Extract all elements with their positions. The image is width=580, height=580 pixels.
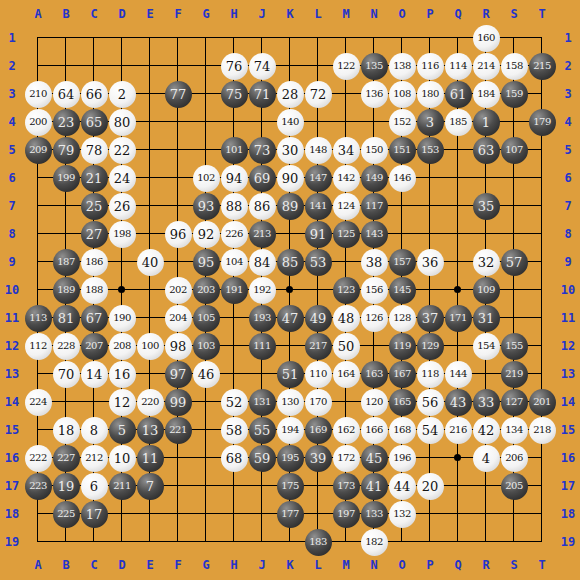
point-R14[interactable]: 33 — [472, 388, 500, 416]
point-M12[interactable]: 50 — [332, 332, 360, 360]
point-S18[interactable] — [500, 500, 528, 528]
point-K5[interactable]: 30 — [276, 136, 304, 164]
point-A8[interactable] — [24, 220, 52, 248]
point-P2[interactable]: 116 — [416, 52, 444, 80]
point-A10[interactable] — [24, 276, 52, 304]
point-L11[interactable]: 49 — [304, 304, 332, 332]
point-A17[interactable]: 223 — [24, 472, 52, 500]
point-O3[interactable]: 108 — [388, 80, 416, 108]
point-O19[interactable] — [388, 528, 416, 556]
point-M3[interactable] — [332, 80, 360, 108]
point-N13[interactable]: 163 — [360, 360, 388, 388]
point-K14[interactable]: 130 — [276, 388, 304, 416]
point-A4[interactable]: 200 — [24, 108, 52, 136]
point-K6[interactable]: 90 — [276, 164, 304, 192]
point-N3[interactable]: 136 — [360, 80, 388, 108]
point-S2[interactable]: 158 — [500, 52, 528, 80]
point-M4[interactable] — [332, 108, 360, 136]
point-T15[interactable]: 218 — [528, 416, 556, 444]
point-T10[interactable] — [528, 276, 556, 304]
point-B10[interactable]: 189 — [52, 276, 80, 304]
point-K11[interactable]: 47 — [276, 304, 304, 332]
point-Q5[interactable] — [444, 136, 472, 164]
point-C9[interactable]: 186 — [80, 248, 108, 276]
point-B13[interactable]: 70 — [52, 360, 80, 388]
point-A15[interactable] — [24, 416, 52, 444]
point-S14[interactable]: 127 — [500, 388, 528, 416]
point-H6[interactable]: 94 — [220, 164, 248, 192]
point-J3[interactable]: 71 — [248, 80, 276, 108]
point-F11[interactable]: 204 — [164, 304, 192, 332]
point-H2[interactable]: 76 — [220, 52, 248, 80]
point-B7[interactable] — [52, 192, 80, 220]
point-T16[interactable] — [528, 444, 556, 472]
point-S1[interactable] — [500, 24, 528, 52]
point-L19[interactable]: 183 — [304, 528, 332, 556]
point-M11[interactable]: 48 — [332, 304, 360, 332]
point-T12[interactable] — [528, 332, 556, 360]
point-D10[interactable] — [108, 276, 136, 304]
point-D4[interactable]: 80 — [108, 108, 136, 136]
point-G9[interactable]: 95 — [192, 248, 220, 276]
point-E17[interactable]: 7 — [136, 472, 164, 500]
point-L4[interactable] — [304, 108, 332, 136]
point-H9[interactable]: 104 — [220, 248, 248, 276]
point-S3[interactable]: 159 — [500, 80, 528, 108]
point-A7[interactable] — [24, 192, 52, 220]
point-S5[interactable]: 107 — [500, 136, 528, 164]
point-P12[interactable]: 129 — [416, 332, 444, 360]
point-K17[interactable]: 175 — [276, 472, 304, 500]
point-B3[interactable]: 64 — [52, 80, 80, 108]
point-C18[interactable]: 17 — [80, 500, 108, 528]
point-P16[interactable] — [416, 444, 444, 472]
point-S15[interactable]: 134 — [500, 416, 528, 444]
point-S17[interactable]: 205 — [500, 472, 528, 500]
point-A5[interactable]: 209 — [24, 136, 52, 164]
point-F13[interactable]: 97 — [164, 360, 192, 388]
point-D18[interactable] — [108, 500, 136, 528]
point-F2[interactable] — [164, 52, 192, 80]
point-C10[interactable]: 188 — [80, 276, 108, 304]
point-H13[interactable] — [220, 360, 248, 388]
point-A1[interactable] — [24, 24, 52, 52]
point-D6[interactable]: 24 — [108, 164, 136, 192]
point-O9[interactable]: 157 — [388, 248, 416, 276]
point-J7[interactable]: 86 — [248, 192, 276, 220]
point-R9[interactable]: 32 — [472, 248, 500, 276]
point-C16[interactable]: 212 — [80, 444, 108, 472]
point-M15[interactable]: 162 — [332, 416, 360, 444]
point-O6[interactable]: 146 — [388, 164, 416, 192]
point-F16[interactable] — [164, 444, 192, 472]
point-C7[interactable]: 25 — [80, 192, 108, 220]
point-O16[interactable]: 196 — [388, 444, 416, 472]
point-L18[interactable] — [304, 500, 332, 528]
point-F7[interactable] — [164, 192, 192, 220]
point-F6[interactable] — [164, 164, 192, 192]
point-B5[interactable]: 79 — [52, 136, 80, 164]
point-D14[interactable]: 12 — [108, 388, 136, 416]
point-F5[interactable] — [164, 136, 192, 164]
point-A16[interactable]: 222 — [24, 444, 52, 472]
point-L2[interactable] — [304, 52, 332, 80]
point-R10[interactable]: 109 — [472, 276, 500, 304]
point-N4[interactable] — [360, 108, 388, 136]
point-R17[interactable] — [472, 472, 500, 500]
point-M7[interactable]: 124 — [332, 192, 360, 220]
point-N6[interactable]: 149 — [360, 164, 388, 192]
point-J5[interactable]: 73 — [248, 136, 276, 164]
point-M2[interactable]: 122 — [332, 52, 360, 80]
point-Q10[interactable] — [444, 276, 472, 304]
point-F15[interactable]: 221 — [164, 416, 192, 444]
point-F17[interactable] — [164, 472, 192, 500]
point-F18[interactable] — [164, 500, 192, 528]
point-J9[interactable]: 84 — [248, 248, 276, 276]
point-T7[interactable] — [528, 192, 556, 220]
point-N14[interactable]: 120 — [360, 388, 388, 416]
point-D2[interactable] — [108, 52, 136, 80]
point-O5[interactable]: 151 — [388, 136, 416, 164]
point-R11[interactable]: 31 — [472, 304, 500, 332]
point-Q14[interactable]: 43 — [444, 388, 472, 416]
point-Q4[interactable]: 185 — [444, 108, 472, 136]
point-K9[interactable]: 85 — [276, 248, 304, 276]
point-B12[interactable]: 228 — [52, 332, 80, 360]
point-K15[interactable]: 194 — [276, 416, 304, 444]
point-C12[interactable]: 207 — [80, 332, 108, 360]
point-P1[interactable] — [416, 24, 444, 52]
point-P13[interactable]: 118 — [416, 360, 444, 388]
point-A12[interactable]: 112 — [24, 332, 52, 360]
point-P19[interactable] — [416, 528, 444, 556]
point-Q2[interactable]: 114 — [444, 52, 472, 80]
point-J4[interactable] — [248, 108, 276, 136]
point-G5[interactable] — [192, 136, 220, 164]
point-L13[interactable]: 110 — [304, 360, 332, 388]
point-G19[interactable] — [192, 528, 220, 556]
point-E6[interactable] — [136, 164, 164, 192]
point-T2[interactable]: 215 — [528, 52, 556, 80]
point-D15[interactable]: 5 — [108, 416, 136, 444]
point-K3[interactable]: 28 — [276, 80, 304, 108]
point-N12[interactable] — [360, 332, 388, 360]
point-E8[interactable] — [136, 220, 164, 248]
point-Q6[interactable] — [444, 164, 472, 192]
point-H10[interactable]: 191 — [220, 276, 248, 304]
point-B15[interactable]: 18 — [52, 416, 80, 444]
point-Q12[interactable] — [444, 332, 472, 360]
point-N2[interactable]: 135 — [360, 52, 388, 80]
point-G13[interactable]: 46 — [192, 360, 220, 388]
point-E1[interactable] — [136, 24, 164, 52]
point-A19[interactable] — [24, 528, 52, 556]
point-L14[interactable]: 170 — [304, 388, 332, 416]
point-M14[interactable] — [332, 388, 360, 416]
point-E3[interactable] — [136, 80, 164, 108]
point-N7[interactable]: 117 — [360, 192, 388, 220]
point-C1[interactable] — [80, 24, 108, 52]
point-B17[interactable]: 19 — [52, 472, 80, 500]
point-L15[interactable]: 169 — [304, 416, 332, 444]
point-L1[interactable] — [304, 24, 332, 52]
point-L9[interactable]: 53 — [304, 248, 332, 276]
point-O7[interactable] — [388, 192, 416, 220]
point-G14[interactable] — [192, 388, 220, 416]
point-E5[interactable] — [136, 136, 164, 164]
point-T1[interactable] — [528, 24, 556, 52]
point-H4[interactable] — [220, 108, 248, 136]
point-A6[interactable] — [24, 164, 52, 192]
point-J17[interactable] — [248, 472, 276, 500]
point-K19[interactable] — [276, 528, 304, 556]
point-B18[interactable]: 225 — [52, 500, 80, 528]
point-T13[interactable] — [528, 360, 556, 388]
point-N9[interactable]: 38 — [360, 248, 388, 276]
point-H11[interactable] — [220, 304, 248, 332]
point-N18[interactable]: 133 — [360, 500, 388, 528]
point-C2[interactable] — [80, 52, 108, 80]
point-P4[interactable]: 3 — [416, 108, 444, 136]
point-T11[interactable] — [528, 304, 556, 332]
point-P17[interactable]: 20 — [416, 472, 444, 500]
point-N15[interactable]: 166 — [360, 416, 388, 444]
point-F9[interactable] — [164, 248, 192, 276]
point-D16[interactable]: 10 — [108, 444, 136, 472]
point-E14[interactable]: 220 — [136, 388, 164, 416]
point-T3[interactable] — [528, 80, 556, 108]
point-M8[interactable]: 125 — [332, 220, 360, 248]
point-O17[interactable]: 44 — [388, 472, 416, 500]
point-D12[interactable]: 208 — [108, 332, 136, 360]
point-L6[interactable]: 147 — [304, 164, 332, 192]
point-L12[interactable]: 217 — [304, 332, 332, 360]
point-R15[interactable]: 42 — [472, 416, 500, 444]
point-D1[interactable] — [108, 24, 136, 52]
point-L3[interactable]: 72 — [304, 80, 332, 108]
point-A18[interactable] — [24, 500, 52, 528]
point-E11[interactable] — [136, 304, 164, 332]
point-S9[interactable]: 57 — [500, 248, 528, 276]
point-R18[interactable] — [472, 500, 500, 528]
point-H7[interactable]: 88 — [220, 192, 248, 220]
point-T14[interactable]: 201 — [528, 388, 556, 416]
point-M17[interactable]: 173 — [332, 472, 360, 500]
point-J18[interactable] — [248, 500, 276, 528]
point-F4[interactable] — [164, 108, 192, 136]
point-F12[interactable]: 98 — [164, 332, 192, 360]
point-O18[interactable]: 132 — [388, 500, 416, 528]
point-G15[interactable] — [192, 416, 220, 444]
point-E12[interactable]: 100 — [136, 332, 164, 360]
point-B8[interactable] — [52, 220, 80, 248]
point-L10[interactable] — [304, 276, 332, 304]
point-N1[interactable] — [360, 24, 388, 52]
point-G7[interactable]: 93 — [192, 192, 220, 220]
point-D8[interactable]: 198 — [108, 220, 136, 248]
point-O1[interactable] — [388, 24, 416, 52]
point-F8[interactable]: 96 — [164, 220, 192, 248]
point-B6[interactable]: 199 — [52, 164, 80, 192]
point-H5[interactable]: 101 — [220, 136, 248, 164]
point-Q17[interactable] — [444, 472, 472, 500]
point-K1[interactable] — [276, 24, 304, 52]
point-H19[interactable] — [220, 528, 248, 556]
point-S7[interactable] — [500, 192, 528, 220]
point-N19[interactable]: 182 — [360, 528, 388, 556]
point-P7[interactable] — [416, 192, 444, 220]
point-Q15[interactable]: 216 — [444, 416, 472, 444]
point-H16[interactable]: 68 — [220, 444, 248, 472]
point-J10[interactable]: 192 — [248, 276, 276, 304]
point-T19[interactable] — [528, 528, 556, 556]
point-E19[interactable] — [136, 528, 164, 556]
point-G3[interactable] — [192, 80, 220, 108]
point-S6[interactable] — [500, 164, 528, 192]
point-B11[interactable]: 81 — [52, 304, 80, 332]
point-L16[interactable]: 39 — [304, 444, 332, 472]
point-M10[interactable]: 123 — [332, 276, 360, 304]
point-D17[interactable]: 211 — [108, 472, 136, 500]
point-E4[interactable] — [136, 108, 164, 136]
point-H3[interactable]: 75 — [220, 80, 248, 108]
point-L17[interactable] — [304, 472, 332, 500]
point-S12[interactable]: 155 — [500, 332, 528, 360]
point-M5[interactable]: 34 — [332, 136, 360, 164]
point-H14[interactable]: 52 — [220, 388, 248, 416]
point-R2[interactable]: 214 — [472, 52, 500, 80]
point-G16[interactable] — [192, 444, 220, 472]
point-O2[interactable]: 138 — [388, 52, 416, 80]
point-B9[interactable]: 187 — [52, 248, 80, 276]
point-D11[interactable]: 190 — [108, 304, 136, 332]
point-Q7[interactable] — [444, 192, 472, 220]
point-K18[interactable]: 177 — [276, 500, 304, 528]
point-A11[interactable]: 113 — [24, 304, 52, 332]
point-G11[interactable]: 105 — [192, 304, 220, 332]
point-O12[interactable]: 119 — [388, 332, 416, 360]
point-Q11[interactable]: 171 — [444, 304, 472, 332]
point-E2[interactable] — [136, 52, 164, 80]
point-B19[interactable] — [52, 528, 80, 556]
point-T17[interactable] — [528, 472, 556, 500]
point-E16[interactable]: 11 — [136, 444, 164, 472]
point-P15[interactable]: 54 — [416, 416, 444, 444]
point-R5[interactable]: 63 — [472, 136, 500, 164]
point-C15[interactable]: 8 — [80, 416, 108, 444]
point-Q3[interactable]: 61 — [444, 80, 472, 108]
point-M6[interactable]: 142 — [332, 164, 360, 192]
point-D19[interactable] — [108, 528, 136, 556]
point-D5[interactable]: 22 — [108, 136, 136, 164]
point-O14[interactable]: 165 — [388, 388, 416, 416]
point-F3[interactable]: 77 — [164, 80, 192, 108]
point-Q18[interactable] — [444, 500, 472, 528]
point-B14[interactable] — [52, 388, 80, 416]
point-R19[interactable] — [472, 528, 500, 556]
point-J12[interactable]: 111 — [248, 332, 276, 360]
point-J14[interactable]: 131 — [248, 388, 276, 416]
point-J15[interactable]: 55 — [248, 416, 276, 444]
point-T18[interactable] — [528, 500, 556, 528]
point-P10[interactable] — [416, 276, 444, 304]
point-G12[interactable]: 103 — [192, 332, 220, 360]
point-F1[interactable] — [164, 24, 192, 52]
point-A3[interactable]: 210 — [24, 80, 52, 108]
point-C3[interactable]: 66 — [80, 80, 108, 108]
point-M19[interactable] — [332, 528, 360, 556]
point-R3[interactable]: 184 — [472, 80, 500, 108]
point-A13[interactable] — [24, 360, 52, 388]
point-E10[interactable] — [136, 276, 164, 304]
point-C14[interactable] — [80, 388, 108, 416]
point-P11[interactable]: 37 — [416, 304, 444, 332]
point-M16[interactable]: 172 — [332, 444, 360, 472]
point-L7[interactable]: 141 — [304, 192, 332, 220]
point-J1[interactable] — [248, 24, 276, 52]
point-T9[interactable] — [528, 248, 556, 276]
point-P18[interactable] — [416, 500, 444, 528]
point-O4[interactable]: 152 — [388, 108, 416, 136]
point-G17[interactable] — [192, 472, 220, 500]
point-H12[interactable] — [220, 332, 248, 360]
point-P5[interactable]: 153 — [416, 136, 444, 164]
point-R1[interactable]: 160 — [472, 24, 500, 52]
point-O8[interactable] — [388, 220, 416, 248]
point-A2[interactable] — [24, 52, 52, 80]
point-P8[interactable] — [416, 220, 444, 248]
point-S10[interactable] — [500, 276, 528, 304]
point-N16[interactable]: 45 — [360, 444, 388, 472]
point-G1[interactable] — [192, 24, 220, 52]
point-G8[interactable]: 92 — [192, 220, 220, 248]
point-S4[interactable] — [500, 108, 528, 136]
point-Q13[interactable]: 144 — [444, 360, 472, 388]
point-G6[interactable]: 102 — [192, 164, 220, 192]
point-J8[interactable]: 213 — [248, 220, 276, 248]
point-M9[interactable] — [332, 248, 360, 276]
point-K4[interactable]: 140 — [276, 108, 304, 136]
point-M13[interactable]: 164 — [332, 360, 360, 388]
point-D7[interactable]: 26 — [108, 192, 136, 220]
point-C5[interactable]: 78 — [80, 136, 108, 164]
point-C8[interactable]: 27 — [80, 220, 108, 248]
point-N17[interactable]: 41 — [360, 472, 388, 500]
point-O13[interactable]: 167 — [388, 360, 416, 388]
point-S19[interactable] — [500, 528, 528, 556]
point-G2[interactable] — [192, 52, 220, 80]
point-R16[interactable]: 4 — [472, 444, 500, 472]
point-M18[interactable]: 197 — [332, 500, 360, 528]
point-H17[interactable] — [220, 472, 248, 500]
point-Q16[interactable] — [444, 444, 472, 472]
point-P3[interactable]: 180 — [416, 80, 444, 108]
point-T4[interactable]: 179 — [528, 108, 556, 136]
point-A9[interactable] — [24, 248, 52, 276]
point-N5[interactable]: 150 — [360, 136, 388, 164]
point-Q9[interactable] — [444, 248, 472, 276]
point-N8[interactable]: 143 — [360, 220, 388, 248]
point-D13[interactable]: 16 — [108, 360, 136, 388]
point-C13[interactable]: 14 — [80, 360, 108, 388]
point-R4[interactable]: 1 — [472, 108, 500, 136]
point-N11[interactable]: 126 — [360, 304, 388, 332]
point-Q19[interactable] — [444, 528, 472, 556]
point-H15[interactable]: 58 — [220, 416, 248, 444]
point-P9[interactable]: 36 — [416, 248, 444, 276]
point-Q1[interactable] — [444, 24, 472, 52]
